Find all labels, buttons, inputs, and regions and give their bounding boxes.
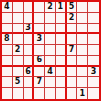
cell-r6c2[interactable]	[13, 56, 24, 67]
cell-r2c6[interactable]	[56, 13, 67, 24]
cell-r1c2[interactable]	[13, 2, 24, 13]
cell-r6c4[interactable]: 6	[34, 56, 45, 67]
cell-r9c4[interactable]	[34, 88, 45, 99]
cell-r9c5[interactable]	[45, 88, 56, 99]
cell-r8c4[interactable]: 7	[34, 77, 45, 88]
cell-r3c2[interactable]	[13, 24, 24, 35]
cell-r5c7[interactable]: 7	[67, 45, 78, 56]
cell-r3c5[interactable]	[45, 24, 56, 35]
cell-r1c9[interactable]	[88, 2, 99, 13]
cell-r4c2[interactable]	[13, 34, 24, 45]
cell-r4c3[interactable]	[24, 34, 35, 45]
cell-r7c5[interactable]: 4	[45, 67, 56, 78]
cell-r2c7[interactable]: 2	[67, 13, 78, 24]
cell-r8c7[interactable]	[67, 77, 78, 88]
cell-r1c1[interactable]: 4	[2, 2, 13, 13]
cell-r5c2[interactable]: 2	[13, 45, 24, 56]
cell-r5c4[interactable]	[34, 45, 45, 56]
cell-r4c5[interactable]	[45, 34, 56, 45]
cell-r8c3[interactable]	[24, 77, 35, 88]
cell-r5c6[interactable]	[56, 45, 67, 56]
cell-r1c4[interactable]	[34, 2, 45, 13]
cell-r5c9[interactable]	[88, 45, 99, 56]
cell-r7c6[interactable]	[56, 67, 67, 78]
cell-r8c9[interactable]	[88, 77, 99, 88]
cell-r1c6[interactable]: 1	[56, 2, 67, 13]
cell-r7c4[interactable]	[34, 67, 45, 78]
cell-r3c7[interactable]	[67, 24, 78, 35]
cell-r9c2[interactable]	[13, 88, 24, 99]
cell-r5c1[interactable]	[2, 45, 13, 56]
cell-r4c9[interactable]	[88, 34, 99, 45]
cell-r8c5[interactable]	[45, 77, 56, 88]
cell-r7c1[interactable]	[2, 67, 13, 78]
cell-r4c4[interactable]: 3	[34, 34, 45, 45]
cell-r7c8[interactable]	[77, 67, 88, 78]
cell-r7c2[interactable]	[13, 67, 24, 78]
cell-r3c4[interactable]	[34, 24, 45, 35]
cell-r5c5[interactable]	[45, 45, 56, 56]
cell-r2c4[interactable]	[34, 13, 45, 24]
cell-r6c7[interactable]	[67, 56, 78, 67]
cell-r8c8[interactable]	[77, 77, 88, 88]
cell-r4c7[interactable]	[67, 34, 78, 45]
cell-r3c9[interactable]	[88, 24, 99, 35]
cell-r3c1[interactable]	[2, 24, 13, 35]
cell-r9c7[interactable]	[67, 88, 78, 99]
cell-r7c3[interactable]: 6	[24, 67, 35, 78]
cell-r2c8[interactable]	[77, 13, 88, 24]
cell-r2c3[interactable]	[24, 13, 35, 24]
cell-r6c6[interactable]	[56, 56, 67, 67]
cell-r1c8[interactable]	[77, 2, 88, 13]
cell-r7c7[interactable]	[67, 67, 78, 78]
cell-r2c1[interactable]	[2, 13, 13, 24]
cell-r4c1[interactable]: 8	[2, 34, 13, 45]
cell-r4c8[interactable]	[77, 34, 88, 45]
cell-r3c8[interactable]	[77, 24, 88, 35]
cell-r1c3[interactable]	[24, 2, 35, 13]
cell-r9c1[interactable]	[2, 88, 13, 99]
cell-r2c9[interactable]	[88, 13, 99, 24]
cell-r9c3[interactable]	[24, 88, 35, 99]
cell-r6c8[interactable]	[77, 56, 88, 67]
cell-r9c9[interactable]	[88, 88, 99, 99]
cell-r3c6[interactable]	[56, 24, 67, 35]
cell-r9c8[interactable]: 1	[77, 88, 88, 99]
cell-r2c5[interactable]	[45, 13, 56, 24]
cell-r8c1[interactable]	[2, 77, 13, 88]
cell-r4c6[interactable]	[56, 34, 67, 45]
cell-r6c5[interactable]	[45, 56, 56, 67]
cell-r2c2[interactable]	[13, 13, 24, 24]
cell-r7c9[interactable]: 3	[88, 67, 99, 78]
sudoku-board: 42152383276643571	[0, 0, 101, 101]
cell-r8c6[interactable]	[56, 77, 67, 88]
cell-r6c1[interactable]	[2, 56, 13, 67]
cell-r1c7[interactable]: 5	[67, 2, 78, 13]
cell-r9c6[interactable]	[56, 88, 67, 99]
cell-r6c9[interactable]	[88, 56, 99, 67]
cell-r5c8[interactable]	[77, 45, 88, 56]
cell-r1c5[interactable]: 2	[45, 2, 56, 13]
cell-r5c3[interactable]	[24, 45, 35, 56]
cell-r3c3[interactable]: 3	[24, 24, 35, 35]
cell-r6c3[interactable]	[24, 56, 35, 67]
cell-r8c2[interactable]: 5	[13, 77, 24, 88]
